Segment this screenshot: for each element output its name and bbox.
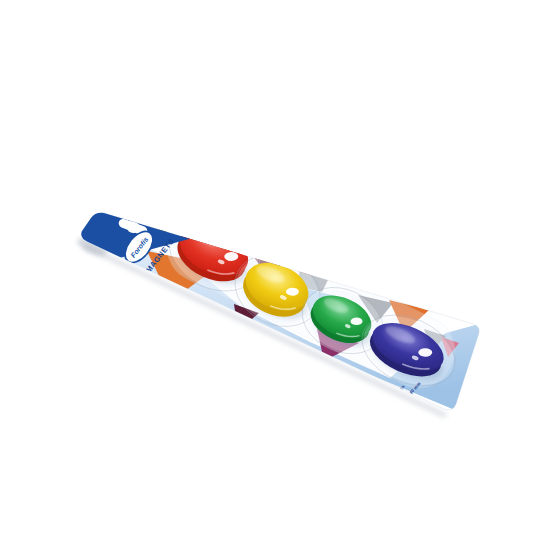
product-photo-svg: Forofis MAGNETS 4 pcs Diameter 40 mm xyxy=(0,0,550,550)
product-photo: Forofis MAGNETS 4 pcs Diameter 40 mm xyxy=(0,0,550,550)
